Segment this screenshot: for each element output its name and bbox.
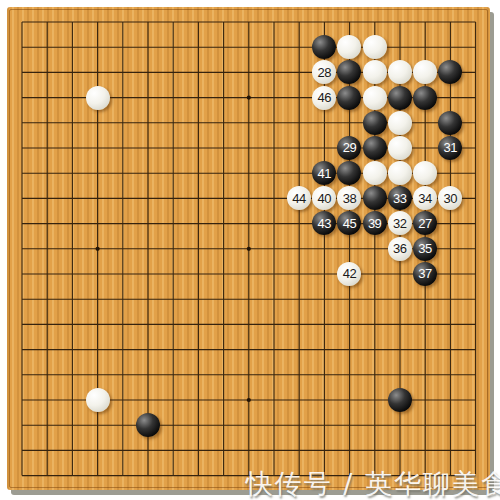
stone-white[interactable] xyxy=(388,161,412,185)
stone-white[interactable] xyxy=(86,388,110,412)
stone-black[interactable] xyxy=(363,111,387,135)
stone-black[interactable]: 45 xyxy=(337,211,361,235)
stone-black[interactable] xyxy=(337,161,361,185)
stone-white[interactable] xyxy=(388,111,412,135)
stone-white[interactable]: 30 xyxy=(438,186,462,210)
stone-white[interactable] xyxy=(363,60,387,84)
stone-black[interactable] xyxy=(438,60,462,84)
stone-white[interactable] xyxy=(86,86,110,110)
stone-white[interactable]: 44 xyxy=(287,186,311,210)
stone-black[interactable] xyxy=(413,86,437,110)
stone-black[interactable]: 41 xyxy=(312,161,336,185)
stone-white[interactable] xyxy=(363,86,387,110)
stone-white[interactable] xyxy=(413,60,437,84)
stone-black[interactable] xyxy=(388,388,412,412)
stone-black[interactable] xyxy=(388,86,412,110)
stone-black[interactable] xyxy=(438,111,462,135)
stone-black[interactable]: 27 xyxy=(413,211,437,235)
stone-white[interactable] xyxy=(388,136,412,160)
page: 2846293141444038333430434539322736354237… xyxy=(0,0,500,500)
stone-black[interactable] xyxy=(337,60,361,84)
stone-black[interactable]: 43 xyxy=(312,211,336,235)
stone-white[interactable]: 36 xyxy=(388,237,412,261)
stone-black[interactable] xyxy=(337,86,361,110)
stone-white[interactable] xyxy=(363,35,387,59)
stone-black[interactable] xyxy=(136,413,160,437)
stone-white[interactable] xyxy=(413,161,437,185)
stone-white[interactable]: 34 xyxy=(413,186,437,210)
go-board[interactable]: 2846293141444038333430434539322736354237 xyxy=(7,7,490,490)
stone-white[interactable] xyxy=(337,35,361,59)
stone-white[interactable]: 38 xyxy=(337,186,361,210)
stone-black[interactable]: 37 xyxy=(413,262,437,286)
stone-black[interactable]: 35 xyxy=(413,237,437,261)
stone-black[interactable] xyxy=(363,186,387,210)
stone-white[interactable]: 46 xyxy=(312,86,336,110)
stone-white[interactable]: 40 xyxy=(312,186,336,210)
stone-black[interactable]: 31 xyxy=(438,136,462,160)
stone-white[interactable] xyxy=(388,60,412,84)
stone-black[interactable] xyxy=(363,136,387,160)
stone-white[interactable]: 28 xyxy=(312,60,336,84)
stone-white[interactable] xyxy=(363,161,387,185)
stone-black[interactable]: 33 xyxy=(388,186,412,210)
stone-white[interactable]: 32 xyxy=(388,211,412,235)
stone-black[interactable]: 39 xyxy=(363,211,387,235)
watermark-text: 快传号 / 英华聊美食 xyxy=(246,466,500,500)
stone-black[interactable] xyxy=(312,35,336,59)
stone-black[interactable]: 29 xyxy=(337,136,361,160)
stones-layer: 2846293141444038333430434539322736354237 xyxy=(9,9,488,488)
stone-white[interactable]: 42 xyxy=(337,262,361,286)
